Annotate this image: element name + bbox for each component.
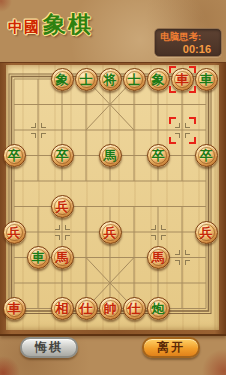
piece-glyph: 仕 — [80, 302, 93, 315]
computer-thinking-panel: 电脑思考: 00:16 — [154, 28, 222, 57]
piece-red-advisor[interactable]: 仕 — [123, 297, 146, 320]
piece-glyph: 兵 — [56, 200, 69, 213]
piece-black-pawn[interactable]: 卒 — [147, 144, 170, 167]
app-title: 中國象棋 — [8, 9, 93, 40]
piece-red-pawn[interactable]: 兵 — [51, 195, 74, 218]
app: 中國象棋 电脑思考: 00:16 象士将士象車車卒卒馬卒卒兵兵兵兵車馬馬車相仕帥… — [0, 0, 226, 375]
piece-glyph: 卒 — [200, 149, 213, 162]
piece-glyph: 兵 — [8, 226, 21, 239]
piece-glyph: 車 — [8, 302, 21, 315]
piece-red-advisor[interactable]: 仕 — [75, 297, 98, 320]
piece-black-elephant[interactable]: 象 — [51, 68, 74, 91]
piece-red-pawn[interactable]: 兵 — [3, 221, 26, 244]
piece-glyph: 兵 — [104, 226, 117, 239]
timer-value: 00:16 — [160, 43, 216, 56]
xiangqi-board-frame: 象士将士象車車卒卒馬卒卒兵兵兵兵車馬馬車相仕帥仕炮 — [0, 62, 226, 336]
piece-black-pawn[interactable]: 卒 — [195, 144, 218, 167]
piece-red-pawn[interactable]: 兵 — [99, 221, 122, 244]
piece-black-rook[interactable]: 車 — [27, 246, 50, 269]
piece-black-elephant[interactable]: 象 — [147, 68, 170, 91]
piece-black-pawn[interactable]: 卒 — [3, 144, 26, 167]
piece-black-advisor[interactable]: 士 — [75, 68, 98, 91]
piece-glyph: 卒 — [8, 149, 21, 162]
piece-red-rook[interactable]: 車 — [171, 68, 194, 91]
piece-black-pawn[interactable]: 卒 — [51, 144, 74, 167]
piece-glyph: 帥 — [104, 302, 117, 315]
piece-glyph: 象 — [56, 73, 69, 86]
board-grid — [6, 65, 219, 330]
piece-glyph: 馬 — [152, 251, 165, 264]
piece-red-horse[interactable]: 馬 — [51, 246, 74, 269]
piece-glyph: 象 — [152, 73, 165, 86]
computer-thinking-label: 电脑思考: — [160, 31, 216, 43]
piece-glyph: 車 — [176, 73, 189, 86]
title-part-china: 中國 — [8, 18, 40, 35]
piece-glyph: 兵 — [200, 226, 213, 239]
piece-black-cannon[interactable]: 炮 — [147, 297, 170, 320]
piece-black-rook[interactable]: 車 — [195, 68, 218, 91]
title-part-chess: 象棋 — [43, 11, 93, 37]
piece-glyph: 車 — [32, 251, 45, 264]
piece-black-horse[interactable]: 馬 — [99, 144, 122, 167]
piece-glyph: 馬 — [104, 149, 117, 162]
leave-button[interactable]: 离开 — [142, 337, 200, 358]
piece-glyph: 卒 — [152, 149, 165, 162]
piece-glyph: 将 — [104, 73, 117, 86]
piece-glyph: 車 — [200, 73, 213, 86]
piece-glyph: 馬 — [56, 251, 69, 264]
undo-button[interactable]: 悔棋 — [20, 337, 78, 358]
piece-black-general[interactable]: 将 — [99, 68, 122, 91]
piece-glyph: 相 — [56, 302, 69, 315]
piece-glyph: 仕 — [128, 302, 141, 315]
piece-red-horse[interactable]: 馬 — [147, 246, 170, 269]
piece-glyph: 士 — [80, 73, 93, 86]
piece-red-pawn[interactable]: 兵 — [195, 221, 218, 244]
piece-glyph: 炮 — [152, 302, 165, 315]
piece-red-rook[interactable]: 車 — [3, 297, 26, 320]
piece-red-general[interactable]: 帥 — [99, 297, 122, 320]
piece-glyph: 卒 — [56, 149, 69, 162]
piece-black-advisor[interactable]: 士 — [123, 68, 146, 91]
piece-glyph: 士 — [128, 73, 141, 86]
piece-red-elephant[interactable]: 相 — [51, 297, 74, 320]
xiangqi-board[interactable]: 象士将士象車車卒卒馬卒卒兵兵兵兵車馬馬車相仕帥仕炮 — [6, 65, 219, 330]
